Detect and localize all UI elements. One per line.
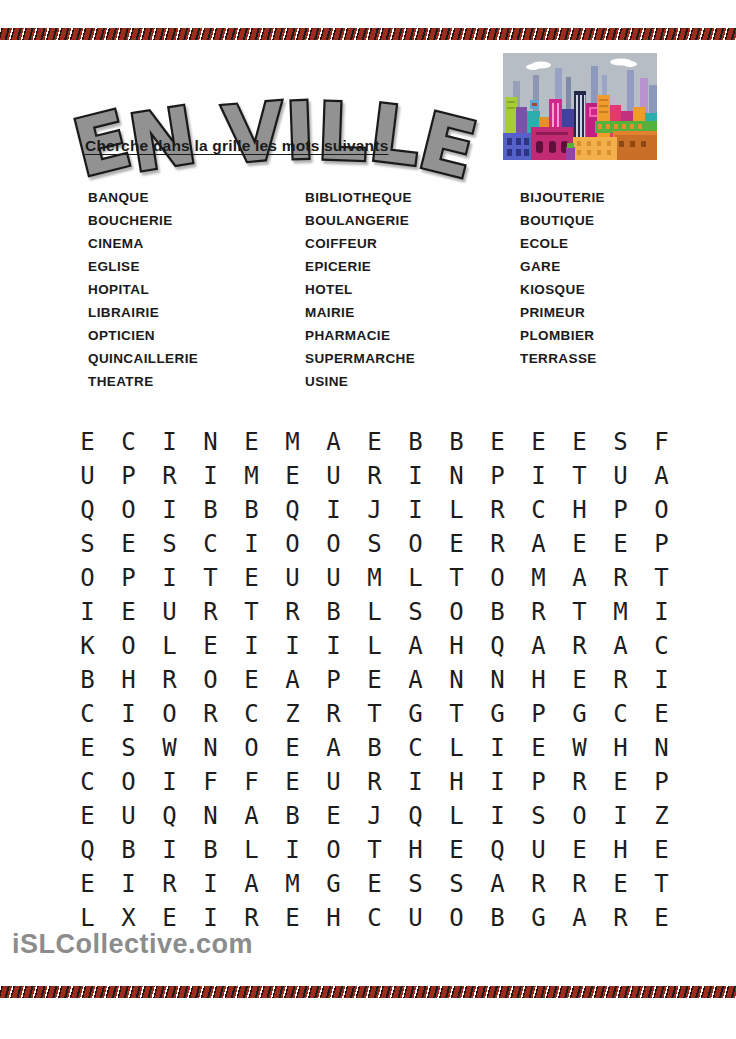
grid-cell: Z <box>641 799 682 833</box>
word-list-item: ECOLE <box>520 232 605 255</box>
grid-cell: H <box>436 765 477 799</box>
grid-cell: O <box>436 595 477 629</box>
grid-cell: R <box>477 527 518 561</box>
grid-cell: L <box>436 731 477 765</box>
grid-cell: U <box>313 459 354 493</box>
grid-cell: T <box>231 595 272 629</box>
word-list-item: QUINCAILLERIE <box>88 347 198 370</box>
grid-cell: C <box>190 527 231 561</box>
grid-cell: B <box>108 833 149 867</box>
word-list-item: BOUTIQUE <box>520 209 605 232</box>
title-letter: V <box>219 76 289 191</box>
word-list-item: HOPITAL <box>88 278 198 301</box>
word-list-item: SUPERMARCHE <box>305 347 415 370</box>
grid-cell: I <box>395 459 436 493</box>
grid-cell: T <box>641 561 682 595</box>
grid-cell: O <box>436 901 477 935</box>
grid-cell: C <box>600 697 641 731</box>
grid-cell: A <box>641 459 682 493</box>
grid-cell: G <box>477 697 518 731</box>
grid-cell: E <box>190 629 231 663</box>
grid-cell: E <box>600 867 641 901</box>
grid-cell: T <box>436 697 477 731</box>
grid-cell: O <box>313 527 354 561</box>
grid-cell: U <box>149 595 190 629</box>
word-list-item: PHARMACIE <box>305 324 415 347</box>
grid-cell: R <box>518 867 559 901</box>
grid-cell: B <box>313 595 354 629</box>
grid-cell: N <box>477 663 518 697</box>
word-list-column-2: BIBLIOTHEQUEBOULANGERIECOIFFEUREPICERIEH… <box>305 186 415 393</box>
word-list-item: LIBRAIRIE <box>88 301 198 324</box>
grid-cell: J <box>354 799 395 833</box>
grid-cell: I <box>67 595 108 629</box>
grid-cell: P <box>641 527 682 561</box>
grid-cell: E <box>231 561 272 595</box>
grid-cell: B <box>231 493 272 527</box>
grid-cell: B <box>67 663 108 697</box>
grid-cell: H <box>600 731 641 765</box>
grid-cell: E <box>641 833 682 867</box>
grid-cell: E <box>518 731 559 765</box>
grid-cell: S <box>67 527 108 561</box>
grid-cell: Z <box>272 697 313 731</box>
grid-cell: G <box>313 867 354 901</box>
grid-cell: I <box>149 493 190 527</box>
grid-cell: E <box>108 595 149 629</box>
grid-cell: R <box>149 867 190 901</box>
grid-cell: C <box>67 765 108 799</box>
grid-cell: T <box>354 697 395 731</box>
grid-cell: P <box>108 561 149 595</box>
grid-cell: E <box>231 425 272 459</box>
grid-cell: E <box>559 527 600 561</box>
grid-cell: S <box>600 425 641 459</box>
grid-cell: R <box>518 595 559 629</box>
grid-cell: A <box>477 867 518 901</box>
grid-cell: C <box>641 629 682 663</box>
grid-cell: O <box>313 833 354 867</box>
grid-cell: R <box>190 595 231 629</box>
grid-cell: E <box>641 901 682 935</box>
grid-cell: C <box>108 425 149 459</box>
grid-cell: A <box>518 629 559 663</box>
word-list-item: MAIRIE <box>305 301 415 324</box>
grid-cell: A <box>395 629 436 663</box>
grid-cell: H <box>395 833 436 867</box>
grid-cell: H <box>600 833 641 867</box>
grid-cell: L <box>149 629 190 663</box>
grid-cell: B <box>395 425 436 459</box>
grid-cell: E <box>436 833 477 867</box>
grid-cell: I <box>395 765 436 799</box>
grid-cell: O <box>395 527 436 561</box>
grid-cell: O <box>108 493 149 527</box>
grid-cell: A <box>518 527 559 561</box>
word-list-item: BANQUE <box>88 186 198 209</box>
grid-cell: T <box>641 867 682 901</box>
grid-cell: O <box>477 561 518 595</box>
grid-cell: I <box>190 459 231 493</box>
grid-cell: N <box>190 425 231 459</box>
grid-cell: B <box>477 901 518 935</box>
grid-cell: O <box>149 697 190 731</box>
grid-cell: F <box>641 425 682 459</box>
grid-cell: U <box>600 459 641 493</box>
grid-cell: W <box>149 731 190 765</box>
grid-cell: E <box>272 765 313 799</box>
grid-cell: S <box>149 527 190 561</box>
grid-cell: F <box>231 765 272 799</box>
word-list-item: EPICERIE <box>305 255 415 278</box>
grid-cell: E <box>67 731 108 765</box>
grid-cell: R <box>354 459 395 493</box>
grid-cell: T <box>436 561 477 595</box>
grid-cell: I <box>272 833 313 867</box>
grid-cell: G <box>559 697 600 731</box>
grid-cell: G <box>518 901 559 935</box>
grid-cell: A <box>272 663 313 697</box>
grid-cell: A <box>600 629 641 663</box>
grid-cell: S <box>518 799 559 833</box>
grid-cell: C <box>354 901 395 935</box>
grid-cell: R <box>559 765 600 799</box>
grid-cell: R <box>149 459 190 493</box>
grid-cell: U <box>67 459 108 493</box>
grid-cell: I <box>272 629 313 663</box>
grid-cell: M <box>600 595 641 629</box>
grid-cell: B <box>190 833 231 867</box>
grid-cell: E <box>272 459 313 493</box>
grid-cell: B <box>354 731 395 765</box>
grid-cell: E <box>559 425 600 459</box>
grid-cell: M <box>272 867 313 901</box>
grid-cell: I <box>641 663 682 697</box>
grid-cell: K <box>67 629 108 663</box>
grid-cell: B <box>190 493 231 527</box>
grid-cell: C <box>231 697 272 731</box>
grid-cell: E <box>559 663 600 697</box>
grid-cell: U <box>272 561 313 595</box>
grid-cell: N <box>436 663 477 697</box>
grid-cell: H <box>559 493 600 527</box>
word-list-item: GARE <box>520 255 605 278</box>
grid-cell: A <box>313 425 354 459</box>
grid-cell: Q <box>67 833 108 867</box>
grid-cell: A <box>559 561 600 595</box>
grid-cell: H <box>313 901 354 935</box>
grid-cell: N <box>190 799 231 833</box>
grid-cell: E <box>436 527 477 561</box>
grid-cell: R <box>272 595 313 629</box>
grid-cell: I <box>477 765 518 799</box>
grid-cell: M <box>272 425 313 459</box>
word-list-item: USINE <box>305 370 415 393</box>
grid-cell: P <box>477 459 518 493</box>
grid-cell: N <box>641 731 682 765</box>
city-illustration <box>503 53 657 160</box>
grid-cell: B <box>477 595 518 629</box>
grid-cell: I <box>477 731 518 765</box>
title-letter: L <box>315 76 369 188</box>
word-list-item: HOTEL <box>305 278 415 301</box>
word-list-item: OPTICIEN <box>88 324 198 347</box>
word-list-item: PRIMEUR <box>520 301 605 324</box>
grid-cell: I <box>313 629 354 663</box>
word-list-item: COIFFEUR <box>305 232 415 255</box>
grid-cell: P <box>518 765 559 799</box>
grid-cell: R <box>477 493 518 527</box>
grid-cell: E <box>600 527 641 561</box>
grid-cell: P <box>600 493 641 527</box>
grid-cell: R <box>600 663 641 697</box>
grid-cell: Q <box>477 833 518 867</box>
grid-cell: E <box>67 425 108 459</box>
grid-cell: I <box>231 629 272 663</box>
grid-cell: U <box>108 799 149 833</box>
grid-cell: E <box>600 765 641 799</box>
grid-cell: Q <box>272 493 313 527</box>
grid-cell: I <box>149 765 190 799</box>
grid-cell: O <box>231 731 272 765</box>
grid-cell: P <box>313 663 354 697</box>
grid-cell: I <box>108 697 149 731</box>
grid-cell: A <box>313 731 354 765</box>
grid-cell: U <box>518 833 559 867</box>
grid-cell: I <box>600 799 641 833</box>
grid-cell: S <box>354 527 395 561</box>
grid-cell: R <box>559 629 600 663</box>
grid-cell: O <box>641 493 682 527</box>
grid-cell: A <box>395 663 436 697</box>
grid-cell: C <box>518 493 559 527</box>
grid-cell: H <box>108 663 149 697</box>
grid-cell: S <box>395 595 436 629</box>
grid-cell: R <box>600 901 641 935</box>
grid-cell: E <box>641 697 682 731</box>
grid-cell: R <box>313 697 354 731</box>
grid-cell: O <box>559 799 600 833</box>
grid-cell: E <box>354 425 395 459</box>
grid-cell: N <box>190 731 231 765</box>
grid-cell: T <box>190 561 231 595</box>
word-list-item: BOULANGERIE <box>305 209 415 232</box>
grid-cell: L <box>231 833 272 867</box>
grid-cell: E <box>272 731 313 765</box>
worksheet-page: ENVILLE <box>0 0 736 1039</box>
word-list-item: THEATRE <box>88 370 198 393</box>
grid-cell: T <box>559 595 600 629</box>
grid-cell: E <box>518 425 559 459</box>
word-list-item: BIJOUTERIE <box>520 186 605 209</box>
grid-cell: L <box>395 561 436 595</box>
grid-cell: O <box>67 561 108 595</box>
grid-cell: P <box>518 697 559 731</box>
grid-cell: I <box>313 493 354 527</box>
grid-cell: B <box>272 799 313 833</box>
grid-cell: W <box>559 731 600 765</box>
grid-cell: I <box>149 425 190 459</box>
grid-cell: I <box>149 833 190 867</box>
grid-cell: I <box>108 867 149 901</box>
grid-cell: M <box>231 459 272 493</box>
grid-cell: E <box>272 901 313 935</box>
decorative-border-bottom <box>0 986 736 998</box>
grid-cell: M <box>354 561 395 595</box>
grid-cell: I <box>477 799 518 833</box>
grid-cell: O <box>108 765 149 799</box>
grid-cell: C <box>67 697 108 731</box>
grid-cell: E <box>67 867 108 901</box>
word-search-grid: ECINEMAEBBEEESFUPRIMEURINPITUAQOIBBQIJIL… <box>67 425 682 935</box>
grid-cell: I <box>518 459 559 493</box>
word-list-item: TERRASSE <box>520 347 605 370</box>
grid-cell: E <box>67 799 108 833</box>
grid-cell: M <box>518 561 559 595</box>
grid-cell: R <box>600 561 641 595</box>
grid-cell: G <box>395 697 436 731</box>
word-list-item: EGLISE <box>88 255 198 278</box>
grid-cell: L <box>354 595 395 629</box>
grid-cell: O <box>272 527 313 561</box>
grid-cell: J <box>354 493 395 527</box>
grid-cell: I <box>231 527 272 561</box>
grid-cell: R <box>559 867 600 901</box>
grid-cell: L <box>436 799 477 833</box>
grid-cell: Q <box>149 799 190 833</box>
word-list-item: KIOSQUE <box>520 278 605 301</box>
grid-cell: F <box>190 765 231 799</box>
grid-cell: R <box>190 697 231 731</box>
title-letter: I <box>284 76 317 187</box>
grid-cell: R <box>354 765 395 799</box>
grid-cell: L <box>354 629 395 663</box>
grid-cell: H <box>518 663 559 697</box>
grid-cell: C <box>395 731 436 765</box>
word-list-item: PLOMBIER <box>520 324 605 347</box>
watermark-text: iSLCollective.com <box>12 929 253 960</box>
grid-cell: I <box>641 595 682 629</box>
decorative-border-top <box>0 28 736 40</box>
grid-cell: I <box>395 493 436 527</box>
instruction-text: Cherche dans la grille les mots suivants <box>85 137 388 155</box>
grid-cell: N <box>436 459 477 493</box>
grid-cell: T <box>559 459 600 493</box>
word-list-item: BOUCHERIE <box>88 209 198 232</box>
grid-cell: Q <box>67 493 108 527</box>
grid-cell: P <box>641 765 682 799</box>
word-list-item: CINEMA <box>88 232 198 255</box>
grid-cell: Q <box>395 799 436 833</box>
grid-cell: T <box>354 833 395 867</box>
grid-cell: H <box>436 629 477 663</box>
grid-cell: U <box>395 901 436 935</box>
grid-cell: S <box>108 731 149 765</box>
grid-cell: I <box>190 867 231 901</box>
grid-cell: E <box>354 867 395 901</box>
grid-cell: O <box>190 663 231 697</box>
grid-cell: I <box>149 561 190 595</box>
grid-cell: U <box>313 561 354 595</box>
grid-cell: S <box>395 867 436 901</box>
grid-cell: S <box>436 867 477 901</box>
word-list-column-3: BIJOUTERIEBOUTIQUEECOLEGAREKIOSQUEPRIMEU… <box>520 186 605 370</box>
grid-cell: E <box>477 425 518 459</box>
grid-cell: A <box>231 799 272 833</box>
grid-cell: E <box>354 663 395 697</box>
grid-cell: E <box>313 799 354 833</box>
grid-cell: E <box>559 833 600 867</box>
grid-cell: A <box>559 901 600 935</box>
grid-cell: L <box>436 493 477 527</box>
grid-cell: O <box>108 629 149 663</box>
grid-cell: P <box>108 459 149 493</box>
grid-cell: B <box>436 425 477 459</box>
grid-cell: E <box>108 527 149 561</box>
grid-cell: R <box>149 663 190 697</box>
grid-cell: U <box>313 765 354 799</box>
grid-cell: E <box>231 663 272 697</box>
word-list-item: BIBLIOTHEQUE <box>305 186 415 209</box>
grid-cell: Q <box>477 629 518 663</box>
grid-cell: A <box>231 867 272 901</box>
word-list-column-1: BANQUEBOUCHERIECINEMAEGLISEHOPITALLIBRAI… <box>88 186 198 393</box>
